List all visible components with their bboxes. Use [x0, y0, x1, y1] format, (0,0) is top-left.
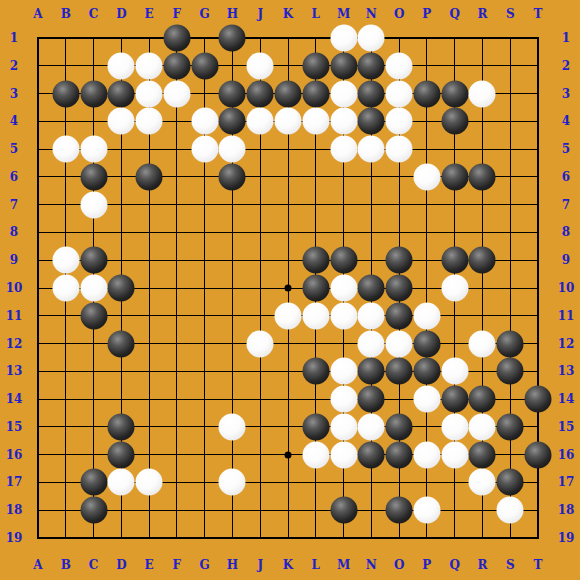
black-stone-R9: [469, 247, 496, 274]
black-stone-O11: [386, 302, 413, 329]
white-stone-M1: [330, 25, 357, 52]
white-stone-J12: [247, 330, 274, 357]
black-stone-H1: [219, 25, 246, 52]
black-stone-S12: [497, 330, 524, 357]
row-label-right-2: 2: [553, 59, 579, 73]
black-stone-C3: [80, 80, 107, 107]
white-stone-L11: [302, 302, 329, 329]
white-stone-N12: [358, 330, 385, 357]
white-stone-P11: [413, 302, 440, 329]
col-label-top-B: B: [53, 7, 79, 21]
black-stone-N3: [358, 80, 385, 107]
black-stone-Q9: [441, 247, 468, 274]
black-stone-O13: [386, 358, 413, 385]
white-stone-P18: [413, 497, 440, 524]
white-stone-H5: [219, 136, 246, 163]
row-label-left-17: 17: [1, 475, 27, 489]
white-stone-M10: [330, 275, 357, 302]
white-stone-R17: [469, 469, 496, 496]
row-label-right-5: 5: [553, 142, 579, 156]
black-stone-D15: [108, 413, 135, 440]
col-label-top-G: G: [192, 7, 218, 21]
col-label-top-F: F: [164, 7, 190, 21]
white-stone-E2: [136, 52, 163, 79]
row-label-right-8: 8: [553, 225, 579, 239]
white-stone-M11: [330, 302, 357, 329]
row-label-right-7: 7: [553, 198, 579, 212]
white-stone-B5: [52, 136, 79, 163]
row-label-left-16: 16: [1, 448, 27, 462]
row-label-left-13: 13: [1, 364, 27, 378]
col-label-top-T: T: [525, 7, 551, 21]
row-label-left-18: 18: [1, 503, 27, 517]
row-label-right-10: 10: [553, 281, 579, 295]
white-stone-H17: [219, 469, 246, 496]
black-stone-L15: [302, 413, 329, 440]
row-label-right-1: 1: [553, 31, 579, 45]
black-stone-J3: [247, 80, 274, 107]
white-stone-R12: [469, 330, 496, 357]
star-point-K10: [285, 285, 292, 292]
white-stone-N11: [358, 302, 385, 329]
col-label-bottom-R: R: [469, 558, 495, 572]
white-stone-N15: [358, 413, 385, 440]
row-label-left-14: 14: [1, 392, 27, 406]
white-stone-N1: [358, 25, 385, 52]
row-label-left-12: 12: [1, 337, 27, 351]
black-stone-S17: [497, 469, 524, 496]
black-stone-L3: [302, 80, 329, 107]
col-label-top-L: L: [303, 7, 329, 21]
col-label-top-S: S: [497, 7, 523, 21]
white-stone-K11: [275, 302, 302, 329]
white-stone-O4: [386, 108, 413, 135]
black-stone-P12: [413, 330, 440, 357]
row-label-left-11: 11: [1, 309, 27, 323]
row-label-left-8: 8: [1, 225, 27, 239]
black-stone-F2: [163, 52, 190, 79]
col-label-bottom-C: C: [81, 558, 107, 572]
black-stone-N2: [358, 52, 385, 79]
col-label-top-Q: Q: [442, 7, 468, 21]
white-stone-B10: [52, 275, 79, 302]
row-label-left-3: 3: [1, 87, 27, 101]
col-label-top-J: J: [247, 7, 273, 21]
black-stone-H4: [219, 108, 246, 135]
col-label-bottom-A: A: [25, 558, 51, 572]
col-label-top-M: M: [331, 7, 357, 21]
row-label-right-3: 3: [553, 87, 579, 101]
white-stone-S18: [497, 497, 524, 524]
black-stone-T16: [525, 441, 552, 468]
white-stone-K4: [275, 108, 302, 135]
white-stone-M14: [330, 386, 357, 413]
white-stone-C10: [80, 275, 107, 302]
row-label-right-17: 17: [553, 475, 579, 489]
black-stone-N13: [358, 358, 385, 385]
black-stone-H3: [219, 80, 246, 107]
white-stone-Q16: [441, 441, 468, 468]
white-stone-G4: [191, 108, 218, 135]
black-stone-L9: [302, 247, 329, 274]
col-label-bottom-N: N: [358, 558, 384, 572]
white-stone-G5: [191, 136, 218, 163]
black-stone-O10: [386, 275, 413, 302]
go-board[interactable]: AABBCCDDEEFFGGHHJJKKLLMMNNOOPPQQRRSSTT11…: [0, 0, 580, 580]
white-stone-R3: [469, 80, 496, 107]
row-label-right-6: 6: [553, 170, 579, 184]
black-stone-P3: [413, 80, 440, 107]
col-label-top-N: N: [358, 7, 384, 21]
black-stone-N16: [358, 441, 385, 468]
white-stone-J2: [247, 52, 274, 79]
row-label-right-4: 4: [553, 114, 579, 128]
black-stone-P13: [413, 358, 440, 385]
col-label-top-E: E: [136, 7, 162, 21]
grid-line-h-19: [37, 537, 539, 539]
white-stone-L16: [302, 441, 329, 468]
white-stone-O2: [386, 52, 413, 79]
white-stone-C7: [80, 191, 107, 218]
black-stone-L2: [302, 52, 329, 79]
white-stone-E4: [136, 108, 163, 135]
col-label-top-C: C: [81, 7, 107, 21]
row-label-left-19: 19: [1, 531, 27, 545]
white-stone-L4: [302, 108, 329, 135]
white-stone-P16: [413, 441, 440, 468]
black-stone-M18: [330, 497, 357, 524]
black-stone-G2: [191, 52, 218, 79]
row-label-right-9: 9: [553, 253, 579, 267]
grid-line-h-18: [37, 510, 539, 511]
black-stone-Q3: [441, 80, 468, 107]
row-label-left-15: 15: [1, 420, 27, 434]
white-stone-Q13: [441, 358, 468, 385]
white-stone-M3: [330, 80, 357, 107]
row-label-right-18: 18: [553, 503, 579, 517]
col-label-bottom-H: H: [219, 558, 245, 572]
col-label-top-D: D: [108, 7, 134, 21]
black-stone-O18: [386, 497, 413, 524]
col-label-bottom-D: D: [108, 558, 134, 572]
black-stone-N10: [358, 275, 385, 302]
row-label-left-6: 6: [1, 170, 27, 184]
white-stone-F3: [163, 80, 190, 107]
black-stone-L10: [302, 275, 329, 302]
white-stone-P14: [413, 386, 440, 413]
black-stone-T14: [525, 386, 552, 413]
black-stone-S13: [497, 358, 524, 385]
white-stone-Q15: [441, 413, 468, 440]
black-stone-C9: [80, 247, 107, 274]
col-label-bottom-E: E: [136, 558, 162, 572]
col-label-top-P: P: [414, 7, 440, 21]
row-label-left-9: 9: [1, 253, 27, 267]
black-stone-D10: [108, 275, 135, 302]
black-stone-M9: [330, 247, 357, 274]
white-stone-P6: [413, 163, 440, 190]
black-stone-O15: [386, 413, 413, 440]
black-stone-F1: [163, 25, 190, 52]
col-label-bottom-Q: Q: [442, 558, 468, 572]
black-stone-H6: [219, 163, 246, 190]
black-stone-O16: [386, 441, 413, 468]
white-stone-O12: [386, 330, 413, 357]
row-label-left-5: 5: [1, 142, 27, 156]
white-stone-D2: [108, 52, 135, 79]
white-stone-D4: [108, 108, 135, 135]
row-label-right-14: 14: [553, 392, 579, 406]
white-stone-O3: [386, 80, 413, 107]
black-stone-N14: [358, 386, 385, 413]
row-label-right-11: 11: [553, 309, 579, 323]
col-label-top-K: K: [275, 7, 301, 21]
black-stone-M2: [330, 52, 357, 79]
black-stone-D3: [108, 80, 135, 107]
black-stone-O9: [386, 247, 413, 274]
black-stone-R14: [469, 386, 496, 413]
row-label-right-19: 19: [553, 531, 579, 545]
black-stone-Q4: [441, 108, 468, 135]
black-stone-N4: [358, 108, 385, 135]
black-stone-L13: [302, 358, 329, 385]
row-label-right-13: 13: [553, 364, 579, 378]
black-stone-S15: [497, 413, 524, 440]
col-label-bottom-M: M: [331, 558, 357, 572]
white-stone-R15: [469, 413, 496, 440]
black-stone-R6: [469, 163, 496, 190]
black-stone-K3: [275, 80, 302, 107]
col-label-bottom-P: P: [414, 558, 440, 572]
white-stone-M16: [330, 441, 357, 468]
star-point-K16: [285, 451, 292, 458]
row-label-left-1: 1: [1, 31, 27, 45]
col-label-top-R: R: [469, 7, 495, 21]
white-stone-M13: [330, 358, 357, 385]
black-stone-D12: [108, 330, 135, 357]
white-stone-E17: [136, 469, 163, 496]
white-stone-M15: [330, 413, 357, 440]
col-label-bottom-F: F: [164, 558, 190, 572]
black-stone-B3: [52, 80, 79, 107]
row-label-right-16: 16: [553, 448, 579, 462]
white-stone-J4: [247, 108, 274, 135]
white-stone-Q10: [441, 275, 468, 302]
row-label-left-2: 2: [1, 59, 27, 73]
grid-line-v-S: [510, 37, 511, 539]
col-label-bottom-L: L: [303, 558, 329, 572]
white-stone-O5: [386, 136, 413, 163]
white-stone-N5: [358, 136, 385, 163]
col-label-top-H: H: [219, 7, 245, 21]
col-label-bottom-B: B: [53, 558, 79, 572]
col-label-bottom-T: T: [525, 558, 551, 572]
black-stone-C18: [80, 497, 107, 524]
black-stone-C6: [80, 163, 107, 190]
white-stone-D17: [108, 469, 135, 496]
row-label-left-7: 7: [1, 198, 27, 212]
black-stone-E6: [136, 163, 163, 190]
row-label-right-15: 15: [553, 420, 579, 434]
white-stone-M4: [330, 108, 357, 135]
col-label-bottom-J: J: [247, 558, 273, 572]
white-stone-E3: [136, 80, 163, 107]
white-stone-H15: [219, 413, 246, 440]
col-label-bottom-G: G: [192, 558, 218, 572]
row-label-left-4: 4: [1, 114, 27, 128]
col-label-top-O: O: [386, 7, 412, 21]
col-label-top-A: A: [25, 7, 51, 21]
white-stone-M5: [330, 136, 357, 163]
black-stone-Q6: [441, 163, 468, 190]
row-label-right-12: 12: [553, 337, 579, 351]
black-stone-R16: [469, 441, 496, 468]
black-stone-Q14: [441, 386, 468, 413]
col-label-bottom-O: O: [386, 558, 412, 572]
col-label-bottom-K: K: [275, 558, 301, 572]
black-stone-D16: [108, 441, 135, 468]
row-label-left-10: 10: [1, 281, 27, 295]
white-stone-C5: [80, 136, 107, 163]
black-stone-C11: [80, 302, 107, 329]
black-stone-C17: [80, 469, 107, 496]
white-stone-B9: [52, 247, 79, 274]
col-label-bottom-S: S: [497, 558, 523, 572]
